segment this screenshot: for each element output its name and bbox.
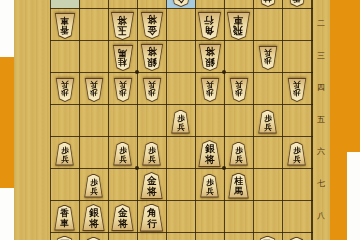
koma-outline: 金将 [140,172,164,199]
koma-face: 歩兵 [201,79,219,101]
rank-label-4: 四 [313,83,329,93]
koma-outline: 銀将 [198,44,222,71]
koma-face: 香車 [287,0,307,6]
koma-face: 飛車 [256,237,279,240]
koma-kanji: 将 [205,46,215,56]
koma-kanji: 車 [60,15,69,24]
koma-face: 歩兵 [143,79,161,101]
koma-kanji: 将 [89,219,99,229]
shogi-piece-sente-6f[interactable]: 歩兵 [142,142,162,166]
koma-kanji: 将 [147,187,157,197]
shogi-piece-gote-3d[interactable]: 歩兵 [229,78,249,102]
koma-face: 香車 [55,206,75,230]
koma-kanji: 兵 [293,155,301,163]
koma-kanji: 行 [205,14,215,24]
koma-face: 歩兵 [259,47,277,69]
koma-outline: 香車 [54,205,76,231]
koma-kanji: 将 [147,14,157,24]
koma-face: 王将 [53,237,76,240]
koma-face: 歩兵 [56,143,74,165]
koma-kanji: 兵 [61,155,69,163]
koma-kanji: 兵 [264,48,272,56]
koma-face: 桂馬 [113,46,133,70]
shogi-piece-gote-3b[interactable]: 飛車 [226,12,251,40]
grid-line-horizontal [50,168,313,169]
shogi-piece-gote-4c[interactable]: 銀将 [198,44,222,71]
grid-line-horizontal [50,200,313,201]
grid-line-vertical [137,0,138,240]
koma-outline: 歩兵 [229,78,249,102]
koma-face: 香車 [55,14,75,38]
koma-face: 歩兵 [114,79,132,101]
koma-outline: 歩兵 [55,142,75,166]
koma-outline: 玉将 [110,12,135,40]
koma-kanji: 兵 [90,187,98,195]
koma-face: 歩兵 [85,79,103,101]
shogi-piece-sente-8i[interactable]: 桂馬 [83,237,105,240]
koma-kanji: 香 [292,0,301,2]
koma-outline: 金将 [140,12,164,39]
koma-outline: 歩兵 [84,78,104,102]
koma-kanji: 兵 [206,187,214,195]
koma-outline: 金将 [111,204,135,231]
koma-outline: 桂馬 [83,237,105,240]
shogi-piece-gote-7b[interactable]: 玉将 [110,12,135,40]
right-panel-fragment [347,152,360,240]
koma-face: 歩兵 [143,143,161,165]
koma-kanji: 兵 [177,123,185,131]
grid-line-vertical [166,0,167,240]
rank-label-6: 六 [313,147,329,157]
rank-label-8: 八 [313,211,329,221]
shogi-piece-gote-7d[interactable]: 歩兵 [113,78,133,102]
shogi-piece-sente-9h[interactable]: 香車 [54,205,76,231]
shogi-piece-sente-7f[interactable]: 歩兵 [113,142,133,166]
koma-face: 金将 [170,0,192,6]
shogi-piece-sente-1f[interactable]: 歩兵 [287,142,307,166]
grid-line-vertical [108,0,109,240]
koma-outline: 飛車 [226,12,251,40]
grid-line-horizontal [50,40,313,41]
koma-outline: 金将 [169,0,193,7]
shogi-piece-sente-3g[interactable]: 桂馬 [228,173,250,199]
koma-outline: 歩兵 [229,142,249,166]
shogi-piece-gote-4b[interactable]: 角行 [197,12,222,40]
koma-face: 歩兵 [201,175,219,197]
shogi-piece-sente-5e[interactable]: 歩兵 [171,110,191,134]
grid-line-vertical [50,0,51,240]
koma-outline: 飛車 [255,236,280,240]
koma-outline: 歩兵 [84,174,104,198]
koma-face: 桂馬 [258,0,278,6]
shogi-piece-sente-7h[interactable]: 金将 [111,204,135,231]
shogi-piece-sente-8h[interactable]: 銀将 [82,204,106,231]
koma-kanji: 兵 [235,80,243,88]
shogi-piece-gote-1d[interactable]: 歩兵 [287,78,307,102]
koma-face: 歩兵 [230,79,248,101]
koma-kanji: 馬 [118,47,127,56]
shogi-piece-gote-6c[interactable]: 銀将 [140,44,164,71]
koma-kanji: 兵 [119,80,127,88]
shogi-piece-sente-6g[interactable]: 金将 [140,172,164,199]
shogi-piece-gote-5a[interactable]: 金将 [169,0,193,7]
shogi-piece-sente-1i[interactable]: 香車 [286,237,308,240]
shogi-piece-sente-4f[interactable]: 銀将 [198,140,222,167]
koma-kanji: 玉 [118,25,128,35]
shogi-piece-gote-2c[interactable]: 歩兵 [258,46,278,70]
koma-face: 銀将 [141,45,163,70]
koma-kanji: 行 [147,219,157,229]
koma-outline: 歩兵 [287,142,307,166]
koma-outline: 歩兵 [55,78,75,102]
koma-kanji: 兵 [148,155,156,163]
shogi-piece-gote-9d[interactable]: 歩兵 [55,78,75,102]
koma-outline: 王将 [52,236,77,240]
koma-outline: 歩兵 [113,78,133,102]
shogi-piece-sente-8g[interactable]: 歩兵 [84,174,104,198]
koma-face: 玉将 [111,13,134,39]
grid-line-horizontal [50,72,313,73]
koma-outline: 銀将 [82,204,106,231]
koma-face: 銀将 [199,141,221,166]
grid-line-vertical [253,0,254,240]
koma-kanji: 将 [205,155,215,165]
koma-outline: 香車 [54,13,76,39]
koma-kanji: 将 [118,219,128,229]
rank-label-3: 三 [313,51,329,61]
koma-face: 飛車 [227,13,250,39]
koma-outline: 歩兵 [171,110,191,134]
shogi-app-screenshot: 一二三四五六七八九 金将桂馬香車香車玉将金将角行飛車桂馬銀将銀将歩兵歩兵歩兵歩兵… [0,0,360,240]
grid-line-vertical [195,0,196,240]
shogi-piece-sente-6h[interactable]: 角行 [139,204,164,232]
koma-face: 歩兵 [288,79,306,101]
koma-kanji: 飛 [234,25,244,35]
star-point [135,70,139,74]
koma-outline: 歩兵 [113,142,133,166]
koma-kanji: 馬 [234,187,243,196]
koma-kanji: 角 [205,25,215,35]
koma-outline: 桂馬 [228,173,250,199]
koma-kanji: 兵 [206,80,214,88]
grid-line-vertical [79,0,80,240]
koma-outline: 歩兵 [200,174,220,198]
koma-face: 角行 [198,13,221,39]
left-panel-fragment-bottom [0,188,14,240]
grid-line-vertical [224,0,225,240]
koma-face: 金将 [141,173,163,198]
koma-face: 歩兵 [288,143,306,165]
koma-outline: 歩兵 [287,78,307,102]
shogi-piece-sente-4g[interactable]: 歩兵 [200,174,220,198]
shogi-piece-gote-4d[interactable]: 歩兵 [200,78,220,102]
koma-outline: 桂馬 [112,45,134,71]
shogi-piece-sente-3f[interactable]: 歩兵 [229,142,249,166]
left-panel-fragment-top [0,0,14,57]
rank-label-5: 五 [313,115,329,125]
koma-kanji: 将 [118,14,128,24]
koma-kanji: 金 [176,0,186,3]
shogi-piece-sente-9i[interactable]: 王将 [52,236,77,240]
koma-kanji: 兵 [61,80,69,88]
star-point [222,70,226,74]
shogi-piece-gote-6b[interactable]: 金将 [140,12,164,39]
koma-face: 金将 [112,205,134,230]
koma-kanji: 銀 [147,57,157,67]
koma-outline: 香車 [286,237,308,240]
shogi-piece-sente-2e[interactable]: 歩兵 [258,110,278,134]
koma-kanji: 銀 [205,57,215,67]
koma-face: 歩兵 [114,143,132,165]
rank-label-7: 七 [313,179,329,189]
koma-kanji: 兵 [119,155,127,163]
shogi-piece-gote-2a[interactable]: 桂馬 [257,0,279,7]
koma-face: 歩兵 [85,175,103,197]
koma-face: 歩兵 [230,143,248,165]
koma-kanji: 兵 [293,80,301,88]
koma-outline: 歩兵 [258,110,278,134]
koma-outline: 角行 [197,12,222,40]
koma-face: 角行 [140,205,163,231]
koma-outline: 歩兵 [142,142,162,166]
koma-face: 歩兵 [172,111,190,133]
koma-kanji: 車 [60,219,69,228]
shogi-piece-gote-1a[interactable]: 香車 [286,0,308,7]
koma-face: 桂馬 [229,174,249,198]
koma-face: 歩兵 [259,111,277,133]
koma-outline: 歩兵 [258,46,278,70]
koma-kanji: 将 [147,46,157,56]
koma-outline: 歩兵 [200,78,220,102]
koma-face: 銀将 [83,205,105,230]
koma-outline: 銀将 [198,140,222,167]
koma-outline: 角行 [139,204,164,232]
highlight-square-9a[interactable] [50,0,79,8]
koma-kanji: 兵 [90,80,98,88]
shogi-piece-gote-7c[interactable]: 桂馬 [112,45,134,71]
koma-kanji: 車 [234,14,244,24]
shogi-piece-gote-8d[interactable]: 歩兵 [84,78,104,102]
grid-line-vertical [282,0,283,240]
koma-kanji: 桂 [263,0,272,2]
grid-line-horizontal [50,232,313,233]
shogi-piece-sente-9f[interactable]: 歩兵 [55,142,75,166]
shogi-piece-sente-2i[interactable]: 飛車 [255,236,280,240]
koma-face: 金将 [141,13,163,38]
koma-face: 歩兵 [56,79,74,101]
koma-outline: 桂馬 [257,0,279,7]
rank-label-2: 二 [313,19,329,29]
koma-outline: 香車 [286,0,308,7]
koma-kanji: 兵 [235,155,243,163]
koma-face: 銀将 [199,45,221,70]
koma-outline: 歩兵 [142,78,162,102]
grid-line-horizontal [50,136,313,137]
koma-outline: 銀将 [140,44,164,71]
shogi-piece-gote-9b[interactable]: 香車 [54,13,76,39]
koma-kanji: 金 [147,25,157,35]
star-point [135,166,139,170]
koma-kanji: 兵 [148,80,156,88]
grid-line-horizontal [50,8,313,9]
koma-kanji: 兵 [264,123,272,131]
star-point [222,166,226,170]
grid-line-horizontal [50,104,313,105]
shogi-piece-gote-6d[interactable]: 歩兵 [142,78,162,102]
